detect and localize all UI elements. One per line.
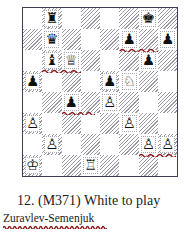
square-b7[interactable]: ♛	[42, 29, 61, 50]
square-g2[interactable]: ♙	[139, 134, 158, 155]
square-c8[interactable]	[62, 8, 81, 29]
square-h2[interactable]: ♙	[158, 134, 177, 155]
square-h8[interactable]	[158, 8, 177, 29]
square-g1[interactable]	[139, 155, 158, 176]
white-pawn[interactable]: ♙	[102, 94, 117, 111]
square-d7[interactable]	[81, 29, 100, 50]
black-bishop[interactable]: ♝	[44, 52, 59, 69]
square-b1[interactable]	[42, 155, 61, 176]
square-b6[interactable]: ♝	[42, 50, 61, 71]
square-g3[interactable]	[139, 113, 158, 134]
square-d2[interactable]	[81, 134, 100, 155]
square-d4[interactable]	[81, 92, 100, 113]
square-a5[interactable]: ♟	[23, 71, 42, 92]
square-c3[interactable]	[62, 113, 81, 134]
square-e4[interactable]: ♙	[100, 92, 119, 113]
square-d8[interactable]	[81, 8, 100, 29]
black-pawn[interactable]: ♟	[160, 31, 175, 48]
square-h1[interactable]	[158, 155, 177, 176]
square-a6[interactable]	[23, 50, 42, 71]
square-d5[interactable]	[81, 71, 100, 92]
square-e7[interactable]	[100, 29, 119, 50]
square-g8[interactable]: ♚	[139, 8, 158, 29]
white-pawn[interactable]: ♙	[44, 136, 59, 153]
square-g5[interactable]	[139, 71, 158, 92]
square-h3[interactable]	[158, 113, 177, 134]
white-pawn[interactable]: ♙	[25, 115, 40, 132]
black-pawn[interactable]: ♟	[102, 73, 117, 90]
square-a4[interactable]	[23, 92, 42, 113]
white-pawn[interactable]: ♙	[160, 136, 175, 153]
square-f2[interactable]	[119, 134, 138, 155]
white-pawn[interactable]: ♙	[122, 115, 137, 132]
square-e6[interactable]	[100, 50, 119, 71]
square-a3[interactable]: ♙	[23, 113, 42, 134]
white-pawn[interactable]: ♙	[141, 136, 156, 153]
square-f4[interactable]	[119, 92, 138, 113]
square-c2[interactable]	[62, 134, 81, 155]
players-names: Zuravlev-Semenjuk	[3, 212, 94, 224]
black-rook[interactable]: ♜	[44, 10, 59, 27]
black-pawn[interactable]: ♟	[25, 73, 40, 90]
square-c7[interactable]	[62, 29, 81, 50]
square-a8[interactable]	[23, 8, 42, 29]
white-king[interactable]: ♔	[25, 157, 40, 174]
square-h6[interactable]	[158, 50, 177, 71]
black-pawn[interactable]: ♟	[64, 94, 79, 111]
square-f7[interactable]: ♟	[119, 29, 138, 50]
square-b2[interactable]: ♙	[42, 134, 61, 155]
square-d1[interactable]: ♖	[81, 155, 100, 176]
black-pawn[interactable]: ♟	[141, 52, 156, 69]
square-a1[interactable]: ♔	[23, 155, 42, 176]
white-rook[interactable]: ♖	[83, 157, 98, 174]
white-knight[interactable]: ♘	[122, 73, 137, 90]
square-b8[interactable]: ♜	[42, 8, 61, 29]
square-g4[interactable]	[139, 92, 158, 113]
square-f8[interactable]	[119, 8, 138, 29]
square-h4[interactable]	[158, 92, 177, 113]
square-e5[interactable]: ♟	[100, 71, 119, 92]
square-c6[interactable]: ♕	[62, 50, 81, 71]
square-e8[interactable]	[100, 8, 119, 29]
square-d3[interactable]	[81, 113, 100, 134]
square-g6[interactable]: ♟	[139, 50, 158, 71]
square-f5[interactable]: ♘	[119, 71, 138, 92]
square-c1[interactable]	[62, 155, 81, 176]
square-b5[interactable]	[42, 71, 61, 92]
square-d6[interactable]	[81, 50, 100, 71]
white-queen[interactable]: ♕	[64, 52, 79, 69]
square-f6[interactable]	[119, 50, 138, 71]
square-g7[interactable]	[139, 29, 158, 50]
square-e2[interactable]	[100, 134, 119, 155]
square-f1[interactable]	[119, 155, 138, 176]
chess-board: ♜♚♛♟♟♝♕♟♟♟♘♟♙♙♙♙♙♙♔♖	[22, 7, 178, 177]
square-f3[interactable]: ♙	[119, 113, 138, 134]
square-c5[interactable]	[62, 71, 81, 92]
square-e3[interactable]	[100, 113, 119, 134]
square-h5[interactable]	[158, 71, 177, 92]
square-b3[interactable]	[42, 113, 61, 134]
square-c4[interactable]: ♟	[62, 92, 81, 113]
diagram-caption: 12. (M371) White to play	[17, 193, 182, 209]
black-queen[interactable]: ♛	[44, 31, 59, 48]
black-pawn[interactable]: ♟	[122, 31, 137, 48]
square-a7[interactable]	[23, 29, 42, 50]
black-king[interactable]: ♚	[141, 10, 156, 27]
square-a2[interactable]	[23, 134, 42, 155]
spellcheck-squiggle	[3, 225, 107, 229]
square-h7[interactable]: ♟	[158, 29, 177, 50]
square-e1[interactable]	[100, 155, 119, 176]
square-b4[interactable]	[42, 92, 61, 113]
